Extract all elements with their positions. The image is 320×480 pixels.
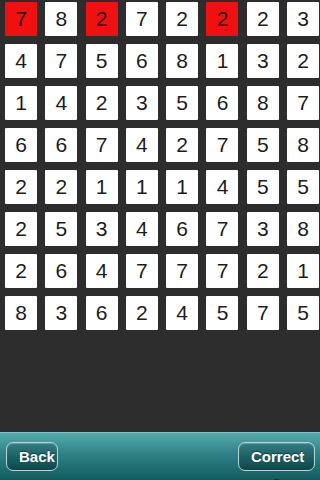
grid-cell-r1c7[interactable]: 2 <box>247 2 279 36</box>
grid-cell-r2c8[interactable]: 2 <box>287 44 319 78</box>
grid-cell-r1c6[interactable]: 2 <box>206 2 238 36</box>
grid-cell-r6c5[interactable]: 6 <box>166 212 198 246</box>
grid-cell-r4c7[interactable]: 5 <box>247 128 279 162</box>
grid-cell-r1c5[interactable]: 2 <box>166 2 198 36</box>
grid-cell-r8c5[interactable]: 4 <box>166 296 198 330</box>
grid-cell-r1c2[interactable]: 8 <box>45 2 77 36</box>
grid-cell-r6c7[interactable]: 3 <box>247 212 279 246</box>
grid-cell-r7c5[interactable]: 7 <box>166 254 198 288</box>
grid-cell-r3c7[interactable]: 8 <box>247 86 279 120</box>
grid-cell-r7c6[interactable]: 7 <box>206 254 238 288</box>
grid-cell-r6c4[interactable]: 4 <box>126 212 158 246</box>
grid-cell-r4c8[interactable]: 8 <box>287 128 319 162</box>
grid-cell-r7c4[interactable]: 7 <box>126 254 158 288</box>
grid-cell-r2c7[interactable]: 3 <box>247 44 279 78</box>
grid-cell-r3c4[interactable]: 3 <box>126 86 158 120</box>
grid-cell-r3c5[interactable]: 5 <box>166 86 198 120</box>
grid-cell-r3c6[interactable]: 6 <box>206 86 238 120</box>
grid-cell-r5c1[interactable]: 2 <box>5 170 37 204</box>
grid-cell-r1c1[interactable]: 7 <box>5 2 37 36</box>
number-grid: 7827222347568132142356876674275822111455… <box>5 2 319 330</box>
grid-cell-r2c6[interactable]: 1 <box>206 44 238 78</box>
grid-cell-r2c4[interactable]: 6 <box>126 44 158 78</box>
grid-cell-r4c5[interactable]: 2 <box>166 128 198 162</box>
grid-cell-r6c8[interactable]: 8 <box>287 212 319 246</box>
grid-cell-r1c4[interactable]: 7 <box>126 2 158 36</box>
grid-cell-r8c4[interactable]: 2 <box>126 296 158 330</box>
grid-cell-r5c4[interactable]: 1 <box>126 170 158 204</box>
grid-cell-r4c4[interactable]: 4 <box>126 128 158 162</box>
grid-cell-r5c2[interactable]: 2 <box>45 170 77 204</box>
bottom-toolbar: Back Correct ? <box>0 432 320 480</box>
grid-cell-r3c1[interactable]: 1 <box>5 86 37 120</box>
grid-cell-r7c7[interactable]: 2 <box>247 254 279 288</box>
grid-cell-r4c2[interactable]: 6 <box>45 128 77 162</box>
grid-cell-r7c1[interactable]: 2 <box>5 254 37 288</box>
grid-cell-r8c6[interactable]: 5 <box>206 296 238 330</box>
grid-cell-r5c6[interactable]: 4 <box>206 170 238 204</box>
grid-cell-r2c2[interactable]: 7 <box>45 44 77 78</box>
grid-cell-r5c7[interactable]: 5 <box>247 170 279 204</box>
grid-cell-r4c1[interactable]: 6 <box>5 128 37 162</box>
grid-cell-r3c2[interactable]: 4 <box>45 86 77 120</box>
grid-cell-r8c3[interactable]: 6 <box>86 296 118 330</box>
grid-cell-r4c6[interactable]: 7 <box>206 128 238 162</box>
grid-cell-r6c1[interactable]: 2 <box>5 212 37 246</box>
grid-cell-r8c1[interactable]: 8 <box>5 296 37 330</box>
grid-cell-r1c8[interactable]: 3 <box>287 2 319 36</box>
grid-cell-r5c3[interactable]: 1 <box>86 170 118 204</box>
grid-cell-r7c2[interactable]: 6 <box>45 254 77 288</box>
grid-cell-r6c3[interactable]: 3 <box>86 212 118 246</box>
grid-cell-r5c8[interactable]: 5 <box>287 170 319 204</box>
grid-cell-r7c8[interactable]: 1 <box>287 254 319 288</box>
grid-cell-r8c7[interactable]: 7 <box>247 296 279 330</box>
grid-cell-r2c3[interactable]: 5 <box>86 44 118 78</box>
grid-cell-r3c8[interactable]: 7 <box>287 86 319 120</box>
correct-button[interactable]: Correct ? <box>238 442 315 471</box>
grid-cell-r7c3[interactable]: 4 <box>86 254 118 288</box>
grid-cell-r4c3[interactable]: 7 <box>86 128 118 162</box>
grid-cell-r8c2[interactable]: 3 <box>45 296 77 330</box>
grid-cell-r6c2[interactable]: 5 <box>45 212 77 246</box>
back-button[interactable]: Back <box>6 442 58 471</box>
grid-cell-r5c5[interactable]: 1 <box>166 170 198 204</box>
grid-cell-r3c3[interactable]: 2 <box>86 86 118 120</box>
grid-cell-r1c3[interactable]: 2 <box>86 2 118 36</box>
grid-cell-r2c1[interactable]: 4 <box>5 44 37 78</box>
grid-cell-r6c6[interactable]: 7 <box>206 212 238 246</box>
grid-cell-r8c8[interactable]: 5 <box>287 296 319 330</box>
grid-cell-r2c5[interactable]: 8 <box>166 44 198 78</box>
